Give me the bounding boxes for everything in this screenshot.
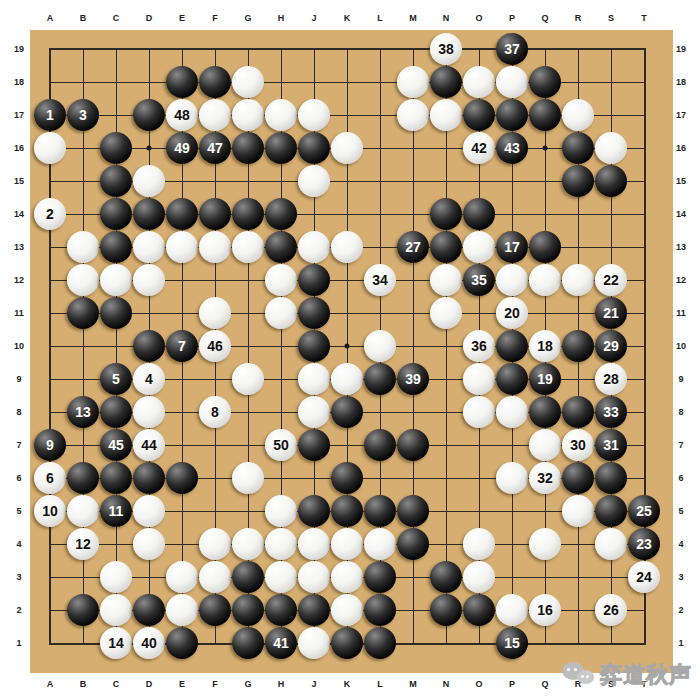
stone-white xyxy=(463,231,495,263)
stone-black: 35 xyxy=(463,264,495,296)
move-number: 7 xyxy=(178,339,186,353)
stone-black xyxy=(133,594,165,626)
stone-black xyxy=(166,198,198,230)
coord-label: L xyxy=(377,679,383,689)
stone-black xyxy=(100,132,132,164)
move-number: 5 xyxy=(112,372,120,386)
move-number: 11 xyxy=(109,504,124,518)
stone-black xyxy=(199,66,231,98)
watermark: 弈道秋声 xyxy=(562,660,692,690)
stone-white: 14 xyxy=(100,627,132,659)
stone-white xyxy=(166,231,198,263)
stone-black xyxy=(364,561,396,593)
stone-black xyxy=(298,594,330,626)
stone-white xyxy=(199,297,231,329)
stone-white: 8 xyxy=(199,396,231,428)
move-number: 43 xyxy=(504,141,520,155)
stone-black xyxy=(331,462,363,494)
stone-black xyxy=(496,330,528,362)
coord-label: N xyxy=(443,13,450,23)
stone-black xyxy=(298,330,330,362)
stone-white xyxy=(529,264,561,296)
stone-black xyxy=(529,396,561,428)
move-number: 42 xyxy=(471,141,487,155)
coord-label: 16 xyxy=(14,143,24,153)
stone-white xyxy=(67,264,99,296)
stone-white: 28 xyxy=(595,363,627,395)
move-number: 15 xyxy=(504,636,520,650)
move-number: 34 xyxy=(372,273,388,287)
stone-white xyxy=(298,528,330,560)
stone-black xyxy=(529,99,561,131)
stone-white: 22 xyxy=(595,264,627,296)
coord-label: C xyxy=(113,13,120,23)
coord-label: A xyxy=(47,679,54,689)
stone-black xyxy=(562,132,594,164)
move-number: 48 xyxy=(174,108,190,122)
stone-white: 24 xyxy=(628,561,660,593)
stone-black: 25 xyxy=(628,495,660,527)
stone-white xyxy=(166,594,198,626)
coord-label: F xyxy=(212,679,218,689)
go-board: 3837134849474243227173435222021746361829… xyxy=(30,30,673,673)
stone-black xyxy=(67,594,99,626)
move-number: 36 xyxy=(471,339,487,353)
move-number: 17 xyxy=(504,240,520,254)
stone-black xyxy=(100,231,132,263)
screen: 3837134849474243227173435222021746361829… xyxy=(0,0,700,700)
stone-white xyxy=(298,231,330,263)
coord-label: C xyxy=(113,679,120,689)
stone-white xyxy=(298,165,330,197)
stone-white xyxy=(529,528,561,560)
coord-label: 8 xyxy=(16,407,21,417)
stone-white: 2 xyxy=(34,198,66,230)
stone-black xyxy=(562,396,594,428)
coord-label: M xyxy=(409,679,417,689)
move-number: 16 xyxy=(537,603,553,617)
stone-black xyxy=(496,363,528,395)
coord-label: 17 xyxy=(14,110,24,120)
coord-label: 3 xyxy=(16,572,21,582)
coord-label: 12 xyxy=(14,275,24,285)
move-number: 4 xyxy=(145,372,153,386)
stone-white xyxy=(133,528,165,560)
stone-black: 43 xyxy=(496,132,528,164)
coord-label: 6 xyxy=(16,473,21,483)
stone-white xyxy=(265,297,297,329)
coord-label: K xyxy=(344,13,351,23)
star-point xyxy=(543,146,548,151)
coord-label: S xyxy=(608,13,614,23)
stone-white xyxy=(529,429,561,461)
stone-black xyxy=(463,99,495,131)
move-number: 13 xyxy=(75,405,91,419)
stone-black xyxy=(562,330,594,362)
stone-white xyxy=(265,264,297,296)
stone-white xyxy=(496,462,528,494)
stone-black xyxy=(67,462,99,494)
move-number: 31 xyxy=(603,438,619,452)
stone-black xyxy=(232,132,264,164)
stone-white xyxy=(100,561,132,593)
stone-white xyxy=(133,231,165,263)
coord-label: T xyxy=(641,13,647,23)
coord-label: P xyxy=(509,679,515,689)
stone-black xyxy=(67,297,99,329)
stone-white: 26 xyxy=(595,594,627,626)
stone-white xyxy=(133,165,165,197)
coord-label: 7 xyxy=(678,440,683,450)
coord-label: 4 xyxy=(678,539,683,549)
stone-white xyxy=(232,528,264,560)
stone-black: 31 xyxy=(595,429,627,461)
stone-white xyxy=(430,99,462,131)
stone-white: 50 xyxy=(265,429,297,461)
stone-white xyxy=(562,495,594,527)
stone-white xyxy=(265,99,297,131)
move-number: 20 xyxy=(504,306,520,320)
stone-white: 36 xyxy=(463,330,495,362)
stone-black xyxy=(364,363,396,395)
stone-white xyxy=(232,99,264,131)
stone-black xyxy=(232,198,264,230)
move-number: 3 xyxy=(79,108,87,122)
stone-black xyxy=(364,594,396,626)
coord-label: G xyxy=(244,13,251,23)
stone-black xyxy=(430,198,462,230)
move-number: 39 xyxy=(405,372,421,386)
stone-black xyxy=(133,99,165,131)
stone-black: 47 xyxy=(199,132,231,164)
stone-black: 3 xyxy=(67,99,99,131)
stone-black xyxy=(298,132,330,164)
stone-white: 34 xyxy=(364,264,396,296)
move-number: 30 xyxy=(570,438,586,452)
coord-label: E xyxy=(179,13,185,23)
coord-label: 19 xyxy=(14,44,24,54)
coord-label: B xyxy=(80,13,87,23)
stone-black xyxy=(199,198,231,230)
stone-white xyxy=(397,99,429,131)
stone-white xyxy=(100,264,132,296)
stone-white xyxy=(133,396,165,428)
stone-white: 40 xyxy=(133,627,165,659)
move-number: 14 xyxy=(108,636,124,650)
stone-black xyxy=(265,132,297,164)
stone-black: 29 xyxy=(595,330,627,362)
stone-white: 30 xyxy=(562,429,594,461)
coord-label: 10 xyxy=(676,341,686,351)
stone-black xyxy=(298,429,330,461)
stone-black xyxy=(166,627,198,659)
move-number: 35 xyxy=(471,273,487,287)
stone-white xyxy=(463,396,495,428)
coord-label: 18 xyxy=(14,77,24,87)
move-number: 27 xyxy=(405,240,421,254)
coord-label: 13 xyxy=(676,242,686,252)
star-point xyxy=(345,344,350,349)
stone-black xyxy=(166,66,198,98)
stone-black xyxy=(595,165,627,197)
move-number: 50 xyxy=(273,438,289,452)
stone-white xyxy=(298,363,330,395)
stone-white: 12 xyxy=(67,528,99,560)
move-number: 23 xyxy=(636,537,652,551)
stone-black: 23 xyxy=(628,528,660,560)
stone-black xyxy=(331,396,363,428)
stone-black xyxy=(562,165,594,197)
stone-black xyxy=(298,264,330,296)
stone-black xyxy=(265,198,297,230)
stone-white: 4 xyxy=(133,363,165,395)
stone-black xyxy=(100,396,132,428)
coord-label: A xyxy=(47,13,54,23)
stone-black xyxy=(463,594,495,626)
coord-label: 9 xyxy=(678,374,683,384)
stone-black xyxy=(364,627,396,659)
stone-black: 11 xyxy=(100,495,132,527)
stone-white xyxy=(298,627,330,659)
stone-white xyxy=(166,561,198,593)
stone-black xyxy=(331,495,363,527)
coord-label: 1 xyxy=(16,638,21,648)
stone-white xyxy=(430,297,462,329)
coord-label: 3 xyxy=(678,572,683,582)
stone-black xyxy=(430,594,462,626)
move-number: 9 xyxy=(46,438,54,452)
move-number: 2 xyxy=(46,207,54,221)
move-number: 46 xyxy=(207,339,223,353)
coord-label: K xyxy=(344,679,351,689)
move-number: 22 xyxy=(603,273,619,287)
coord-label: Q xyxy=(541,13,548,23)
stone-white: 10 xyxy=(34,495,66,527)
stone-black xyxy=(133,462,165,494)
coord-label: G xyxy=(244,679,251,689)
stone-white xyxy=(265,528,297,560)
stone-black xyxy=(133,330,165,362)
stone-white xyxy=(397,66,429,98)
stone-white xyxy=(331,231,363,263)
coord-label: 11 xyxy=(14,308,24,318)
move-number: 12 xyxy=(75,537,91,551)
stone-white xyxy=(496,264,528,296)
coord-label: 2 xyxy=(678,605,683,615)
stone-black xyxy=(430,561,462,593)
coord-label: J xyxy=(311,13,316,23)
stone-white xyxy=(595,528,627,560)
coord-label: 7 xyxy=(16,440,21,450)
move-number: 32 xyxy=(537,471,553,485)
watermark-text: 弈道秋声 xyxy=(600,660,692,690)
stone-black xyxy=(100,297,132,329)
stone-white xyxy=(496,66,528,98)
stone-white xyxy=(331,132,363,164)
stone-white xyxy=(199,561,231,593)
star-point xyxy=(147,146,152,151)
coord-label: 5 xyxy=(16,506,21,516)
stone-white xyxy=(463,66,495,98)
stone-black: 9 xyxy=(34,429,66,461)
stone-black xyxy=(397,495,429,527)
stone-black: 37 xyxy=(496,33,528,65)
coord-label: 4 xyxy=(16,539,21,549)
stone-white xyxy=(562,99,594,131)
stone-white xyxy=(298,99,330,131)
move-number: 40 xyxy=(141,636,157,650)
stone-black xyxy=(298,297,330,329)
coord-label: 5 xyxy=(678,506,683,516)
coord-label: Q xyxy=(541,679,548,689)
coord-label: 8 xyxy=(678,407,683,417)
coord-label: O xyxy=(475,13,482,23)
stone-white: 46 xyxy=(199,330,231,362)
coord-label: 17 xyxy=(676,110,686,120)
stone-white xyxy=(595,132,627,164)
stone-white xyxy=(232,231,264,263)
move-number: 25 xyxy=(636,504,652,518)
stone-black xyxy=(595,462,627,494)
stone-black xyxy=(232,594,264,626)
stone-black xyxy=(166,462,198,494)
stone-black xyxy=(397,429,429,461)
stone-black xyxy=(199,594,231,626)
stone-black xyxy=(529,231,561,263)
move-number: 38 xyxy=(438,42,454,56)
coord-label: 15 xyxy=(14,176,24,186)
stone-white: 48 xyxy=(166,99,198,131)
coord-label: P xyxy=(509,13,515,23)
stone-white xyxy=(463,363,495,395)
coord-label: 10 xyxy=(14,341,24,351)
move-number: 41 xyxy=(273,636,289,650)
stone-black: 21 xyxy=(595,297,627,329)
stone-white xyxy=(364,330,396,362)
stone-black: 7 xyxy=(166,330,198,362)
move-number: 47 xyxy=(207,141,223,155)
stone-white xyxy=(463,561,495,593)
stone-white: 32 xyxy=(529,462,561,494)
stone-black xyxy=(265,231,297,263)
stone-white xyxy=(34,132,66,164)
move-number: 24 xyxy=(636,570,652,584)
coord-label: 6 xyxy=(678,473,683,483)
stone-white: 38 xyxy=(430,33,462,65)
stone-black xyxy=(496,99,528,131)
coord-label: 12 xyxy=(676,275,686,285)
stone-white xyxy=(331,561,363,593)
stone-black xyxy=(595,495,627,527)
move-number: 33 xyxy=(603,405,619,419)
move-number: 18 xyxy=(537,339,553,353)
stone-black xyxy=(397,528,429,560)
stone-black: 27 xyxy=(397,231,429,263)
move-number: 37 xyxy=(504,42,520,56)
stone-black: 5 xyxy=(100,363,132,395)
coord-label: D xyxy=(146,679,153,689)
stone-white xyxy=(100,594,132,626)
coord-label: 16 xyxy=(676,143,686,153)
stone-white xyxy=(67,495,99,527)
stone-white xyxy=(265,561,297,593)
stone-black: 13 xyxy=(67,396,99,428)
stone-black: 17 xyxy=(496,231,528,263)
stone-white xyxy=(496,594,528,626)
coord-label: 14 xyxy=(676,209,686,219)
coord-label: B xyxy=(80,679,87,689)
coord-label: 13 xyxy=(14,242,24,252)
stone-black: 41 xyxy=(265,627,297,659)
stone-white: 20 xyxy=(496,297,528,329)
stone-white xyxy=(298,561,330,593)
stone-black xyxy=(265,594,297,626)
coord-label: 9 xyxy=(16,374,21,384)
stone-white: 42 xyxy=(463,132,495,164)
stone-white xyxy=(463,528,495,560)
stone-white: 16 xyxy=(529,594,561,626)
coord-label: E xyxy=(179,679,185,689)
stone-black xyxy=(364,429,396,461)
stone-black: 33 xyxy=(595,396,627,428)
coord-label: H xyxy=(278,679,285,689)
stone-black: 39 xyxy=(397,363,429,395)
move-number: 26 xyxy=(603,603,619,617)
move-number: 1 xyxy=(46,108,54,122)
stone-white xyxy=(199,528,231,560)
stone-white xyxy=(430,264,462,296)
stone-white xyxy=(199,231,231,263)
stone-black xyxy=(100,462,132,494)
move-number: 8 xyxy=(211,405,219,419)
wechat-chat-bubbles-icon xyxy=(562,662,596,688)
move-number: 19 xyxy=(537,372,553,386)
stone-white: 44 xyxy=(133,429,165,461)
stone-black xyxy=(232,561,264,593)
move-number: 10 xyxy=(42,504,58,518)
move-number: 45 xyxy=(108,438,124,452)
stone-black: 49 xyxy=(166,132,198,164)
move-number: 29 xyxy=(603,339,619,353)
coord-label: 1 xyxy=(678,638,683,648)
stone-black: 45 xyxy=(100,429,132,461)
stone-white: 6 xyxy=(34,462,66,494)
stone-white xyxy=(232,462,264,494)
coord-label: 15 xyxy=(676,176,686,186)
stone-white xyxy=(298,396,330,428)
move-number: 49 xyxy=(174,141,190,155)
stone-white xyxy=(331,528,363,560)
move-number: 44 xyxy=(141,438,157,452)
stone-black xyxy=(133,198,165,230)
stone-white xyxy=(562,264,594,296)
stone-white xyxy=(232,66,264,98)
coord-label: J xyxy=(311,679,316,689)
stone-black xyxy=(529,66,561,98)
coord-label: R xyxy=(575,13,582,23)
stone-black xyxy=(331,627,363,659)
stone-black xyxy=(364,495,396,527)
stone-black xyxy=(430,66,462,98)
coord-label: M xyxy=(409,13,417,23)
stone-black: 15 xyxy=(496,627,528,659)
coord-label: F xyxy=(212,13,218,23)
stone-white xyxy=(331,594,363,626)
stone-white xyxy=(496,396,528,428)
stone-white xyxy=(364,528,396,560)
coord-label: 14 xyxy=(14,209,24,219)
stone-white xyxy=(232,363,264,395)
